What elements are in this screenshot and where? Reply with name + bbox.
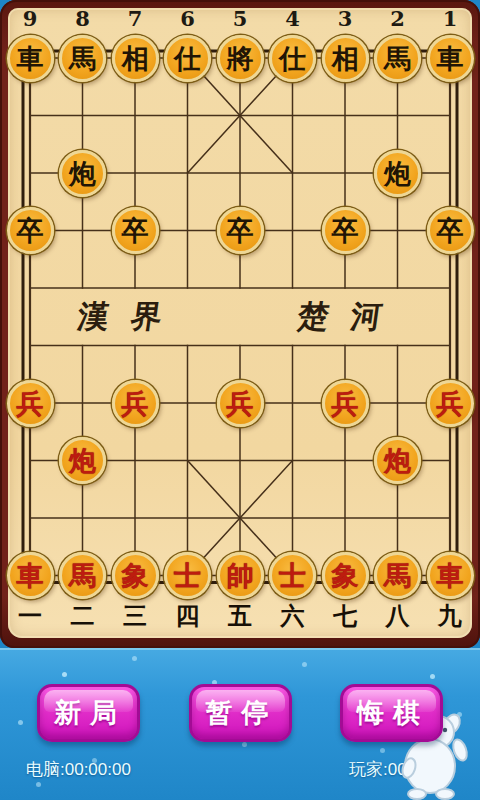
piece-black-r0c4[interactable]: 將 [217,35,264,82]
piece-glyph: 馬 [384,45,411,72]
piece-glyph: 馬 [69,45,96,72]
piece-glyph: 卒 [332,217,359,244]
bottom-file-label-4: 四 [176,600,200,632]
piece-black-r3c2[interactable]: 卒 [112,207,159,254]
piece-glyph: 仕 [174,45,201,72]
piece-red-r9c0[interactable]: 車 [7,552,54,599]
piece-black-r2c7[interactable]: 炮 [374,150,421,197]
piece-red-r9c7[interactable]: 馬 [374,552,421,599]
piece-glyph: 兵 [437,390,464,417]
piece-black-r0c2[interactable]: 相 [112,35,159,82]
bottom-file-label-6: 六 [281,600,305,632]
piece-glyph: 象 [122,562,149,589]
board-grid[interactable]: 987654321 一二三四五六七八九 漢界 楚河 車馬相仕將仕相馬車炮炮卒卒卒… [0,0,480,648]
top-file-label-5: 5 [233,6,248,31]
snow-dots-decoration [0,650,5,655]
piece-glyph: 馬 [384,562,411,589]
top-file-label-8: 8 [75,6,90,31]
bottom-file-label-9: 九 [438,600,462,632]
piece-glyph: 車 [17,562,44,589]
piece-glyph: 炮 [69,160,96,187]
river-label-right: 楚河 [295,296,407,338]
piece-red-r9c8[interactable]: 車 [427,552,474,599]
undo-button[interactable]: 悔棋 [340,684,443,742]
piece-black-r3c6[interactable]: 卒 [322,207,369,254]
piece-black-r0c5[interactable]: 仕 [269,35,316,82]
piece-red-r9c2[interactable]: 象 [112,552,159,599]
piece-black-r0c1[interactable]: 馬 [59,35,106,82]
xiangqi-board: 987654321 一二三四五六七八九 漢界 楚河 車馬相仕將仕相馬車炮炮卒卒卒… [0,0,480,648]
piece-black-r0c8[interactable]: 車 [427,35,474,82]
piece-red-r9c4[interactable]: 帥 [217,552,264,599]
piece-glyph: 士 [174,562,201,589]
piece-red-r9c6[interactable]: 象 [322,552,369,599]
piece-black-r0c7[interactable]: 馬 [374,35,421,82]
piece-glyph: 炮 [384,447,411,474]
piece-glyph: 兵 [227,390,254,417]
piece-black-r0c0[interactable]: 車 [7,35,54,82]
piece-glyph: 車 [437,45,464,72]
top-file-label-1: 1 [443,6,458,31]
top-file-label-9: 9 [23,6,38,31]
computer-timer: 电脑:00:00:00 [26,758,131,786]
bottom-file-label-1: 一 [18,600,42,632]
piece-red-r9c1[interactable]: 馬 [59,552,106,599]
top-file-label-4: 4 [285,6,300,31]
bottom-file-label-3: 三 [123,600,147,632]
piece-glyph: 兵 [122,390,149,417]
piece-glyph: 卒 [437,217,464,244]
river-label-left: 漢界 [75,296,187,338]
piece-glyph: 帥 [227,562,254,589]
board-lines [0,0,480,648]
piece-red-r6c6[interactable]: 兵 [322,380,369,427]
new-game-button[interactable]: 新局 [37,684,140,742]
piece-glyph: 仕 [279,45,306,72]
piece-glyph: 卒 [17,217,44,244]
piece-black-r0c6[interactable]: 相 [322,35,369,82]
top-file-label-2: 2 [390,6,405,31]
button-row: 新局 暂停 悔棋 [0,684,480,742]
piece-glyph: 將 [227,45,254,72]
piece-black-r3c8[interactable]: 卒 [427,207,474,254]
pause-button[interactable]: 暂停 [189,684,292,742]
piece-black-r3c0[interactable]: 卒 [7,207,54,254]
top-file-label-6: 6 [180,6,195,31]
piece-red-r9c3[interactable]: 士 [164,552,211,599]
piece-glyph: 炮 [69,447,96,474]
piece-red-r6c2[interactable]: 兵 [112,380,159,427]
piece-red-r6c0[interactable]: 兵 [7,380,54,427]
piece-red-r7c1[interactable]: 炮 [59,437,106,484]
piece-black-r2c1[interactable]: 炮 [59,150,106,197]
bottom-file-label-7: 七 [333,600,357,632]
piece-glyph: 炮 [384,160,411,187]
piece-red-r7c7[interactable]: 炮 [374,437,421,484]
piece-glyph: 象 [332,562,359,589]
piece-glyph: 卒 [227,217,254,244]
piece-glyph: 士 [279,562,306,589]
piece-black-r3c4[interactable]: 卒 [217,207,264,254]
bottom-file-label-2: 二 [71,600,95,632]
piece-glyph: 相 [122,45,149,72]
piece-glyph: 兵 [17,390,44,417]
piece-red-r6c8[interactable]: 兵 [427,380,474,427]
piece-glyph: 卒 [122,217,149,244]
top-file-label-7: 7 [128,6,143,31]
piece-black-r0c3[interactable]: 仕 [164,35,211,82]
piece-glyph: 兵 [332,390,359,417]
piece-red-r9c5[interactable]: 士 [269,552,316,599]
bottom-file-label-8: 八 [386,600,410,632]
top-file-label-3: 3 [338,6,353,31]
piece-glyph: 車 [17,45,44,72]
bottom-panel: 新局 暂停 悔棋 电脑:00:00:00 玩家:00:00:04 [0,648,480,800]
piece-glyph: 相 [332,45,359,72]
piece-red-r6c4[interactable]: 兵 [217,380,264,427]
piece-glyph: 車 [437,562,464,589]
bottom-file-label-5: 五 [228,600,252,632]
piece-glyph: 馬 [69,562,96,589]
